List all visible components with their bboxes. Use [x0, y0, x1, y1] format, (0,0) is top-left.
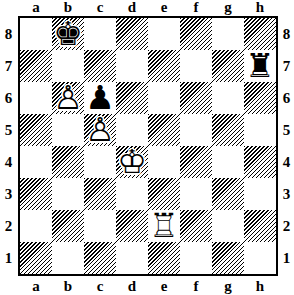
chess-diagram: abcdefgh 87654321 87654321 ♚♜♟♙♟♟♙♚♔♜♖ a… [0, 0, 294, 295]
square-d8 [116, 18, 148, 50]
file-label-top-f: f [180, 0, 212, 15]
square-c1 [84, 242, 116, 274]
rank-label-right-6: 6 [278, 82, 294, 114]
square-h3 [244, 178, 276, 210]
file-label-bottom-h: h [244, 279, 276, 294]
square-e6 [148, 82, 180, 114]
square-h1 [244, 242, 276, 274]
white-king: ♚♔ [116, 146, 148, 178]
rank-label-right-3: 3 [278, 178, 294, 210]
square-e5 [148, 114, 180, 146]
square-g4 [212, 146, 244, 178]
square-c5: ♟♙ [84, 114, 116, 146]
square-h6 [244, 82, 276, 114]
file-labels-top: abcdefgh [20, 0, 276, 15]
square-g3 [212, 178, 244, 210]
rank-label-right-5: 5 [278, 114, 294, 146]
rank-label-left-3: 3 [0, 178, 17, 210]
piece-outline-layer: ♔ [116, 146, 148, 178]
square-e7 [148, 50, 180, 82]
square-g8 [212, 18, 244, 50]
file-label-top-g: g [212, 0, 244, 15]
rank-labels-right: 87654321 [278, 18, 294, 274]
square-c3 [84, 178, 116, 210]
rank-labels-left: 87654321 [0, 18, 17, 274]
square-g5 [212, 114, 244, 146]
square-a7 [20, 50, 52, 82]
file-label-bottom-f: f [180, 279, 212, 294]
square-f8 [180, 18, 212, 50]
square-f7 [180, 50, 212, 82]
square-d7 [116, 50, 148, 82]
square-a5 [20, 114, 52, 146]
square-f3 [180, 178, 212, 210]
square-a2 [20, 210, 52, 242]
square-g6 [212, 82, 244, 114]
rank-label-left-1: 1 [0, 242, 17, 274]
square-f1 [180, 242, 212, 274]
rank-label-right-4: 4 [278, 146, 294, 178]
black-king: ♚ [52, 18, 84, 50]
square-b2 [52, 210, 84, 242]
file-label-bottom-b: b [52, 279, 84, 294]
rank-label-right-1: 1 [278, 242, 294, 274]
file-label-top-e: e [148, 0, 180, 15]
square-e4 [148, 146, 180, 178]
piece-outline-layer: ♙ [52, 82, 84, 114]
square-a1 [20, 242, 52, 274]
file-label-top-d: d [116, 0, 148, 15]
square-h2 [244, 210, 276, 242]
square-d3 [116, 178, 148, 210]
rank-label-right-2: 2 [278, 210, 294, 242]
rank-label-left-6: 6 [0, 82, 17, 114]
square-d6 [116, 82, 148, 114]
square-h4 [244, 146, 276, 178]
square-h5 [244, 114, 276, 146]
square-c2 [84, 210, 116, 242]
square-f6 [180, 82, 212, 114]
square-e1 [148, 242, 180, 274]
square-g2 [212, 210, 244, 242]
white-pawn: ♟♙ [84, 114, 116, 146]
square-a8 [20, 18, 52, 50]
square-a4 [20, 146, 52, 178]
rank-label-left-5: 5 [0, 114, 17, 146]
square-b6: ♟♙ [52, 82, 84, 114]
square-b3 [52, 178, 84, 210]
square-f5 [180, 114, 212, 146]
chess-board: ♚♜♟♙♟♟♙♚♔♜♖ [18, 16, 278, 276]
file-label-bottom-g: g [212, 279, 244, 294]
square-c4 [84, 146, 116, 178]
square-a3 [20, 178, 52, 210]
file-label-top-a: a [20, 0, 52, 15]
white-rook: ♜♖ [148, 210, 180, 242]
file-labels-bottom: abcdefgh [20, 277, 276, 295]
square-b1 [52, 242, 84, 274]
rank-label-right-8: 8 [278, 18, 294, 50]
square-f2 [180, 210, 212, 242]
square-b8: ♚ [52, 18, 84, 50]
rank-label-left-7: 7 [0, 50, 17, 82]
square-b5 [52, 114, 84, 146]
file-label-top-c: c [84, 0, 116, 15]
file-label-bottom-d: d [116, 279, 148, 294]
square-b4 [52, 146, 84, 178]
square-d1 [116, 242, 148, 274]
square-g1 [212, 242, 244, 274]
rank-label-left-2: 2 [0, 210, 17, 242]
rank-label-right-7: 7 [278, 50, 294, 82]
file-label-top-h: h [244, 0, 276, 15]
square-g7 [212, 50, 244, 82]
rank-label-left-8: 8 [0, 18, 17, 50]
piece-outline-layer: ♙ [84, 114, 116, 146]
square-d4: ♚♔ [116, 146, 148, 178]
piece-outline-layer: ♖ [148, 210, 180, 242]
square-d2 [116, 210, 148, 242]
file-label-bottom-c: c [84, 279, 116, 294]
rank-label-left-4: 4 [0, 146, 17, 178]
square-c8 [84, 18, 116, 50]
square-h7: ♜ [244, 50, 276, 82]
square-f4 [180, 146, 212, 178]
white-pawn: ♟♙ [52, 82, 84, 114]
file-label-top-b: b [52, 0, 84, 15]
square-a6 [20, 82, 52, 114]
black-rook: ♜ [244, 50, 276, 82]
square-e8 [148, 18, 180, 50]
file-label-bottom-e: e [148, 279, 180, 294]
file-label-bottom-a: a [20, 279, 52, 294]
square-e2: ♜♖ [148, 210, 180, 242]
